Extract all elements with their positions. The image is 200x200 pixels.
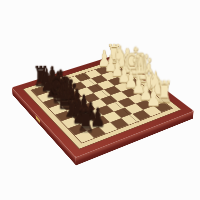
scene: ♜♞♝♛♚♝♞♜♟♟♟♟♟♟♟♟♟♟♟♟♟♟♟♟♜♞♝♛♚♝♞♜ — [0, 0, 200, 200]
chess-board: ♜♞♝♛♚♝♞♜♟♟♟♟♟♟♟♟♟♟♟♟♟♟♟♟♜♞♝♛♚♝♞♜ — [12, 54, 194, 158]
black-rook-glyph: ♜ — [74, 105, 99, 136]
white-pawn-glyph: ♟ — [142, 86, 165, 110]
product-photo-chess-set: ♜♞♝♛♚♝♞♜♟♟♟♟♟♟♟♟♟♟♟♟♟♟♟♟♜♞♝♛♚♝♞♜ — [0, 0, 200, 200]
